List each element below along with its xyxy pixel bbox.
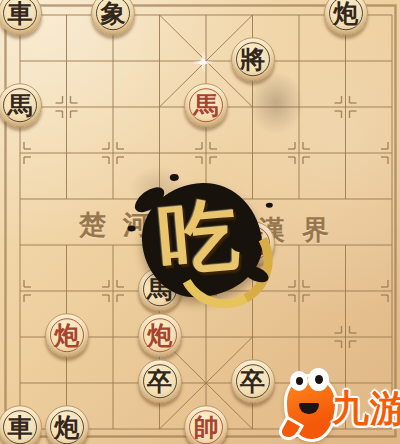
piece-black-cannon-c2r10[interactable]: 炮 xyxy=(45,405,89,444)
piece-glyph: 炮 xyxy=(333,1,358,26)
piece-glyph: 炮 xyxy=(147,323,172,348)
watermark-text: 九游 xyxy=(332,384,400,434)
piece-red-general-c5r10[interactable]: 帥 xyxy=(184,405,228,444)
capture-text: 吃 xyxy=(155,194,242,281)
piece-glyph: 卒 xyxy=(147,369,172,394)
xiangqi-board[interactable]: 楚河 漢界 車象炮將馬馬馬馬炮炮卒卒車炮帥 吃 九游 xyxy=(0,0,400,444)
piece-red-horse-c5r3[interactable]: 馬 xyxy=(184,83,228,127)
piece-glyph: 馬 xyxy=(194,93,219,118)
piece-glyph: 馬 xyxy=(8,93,33,118)
piece-glyph: 車 xyxy=(8,1,33,26)
piece-black-soldier-c4r9[interactable]: 卒 xyxy=(138,359,182,403)
mascot-mouth xyxy=(299,403,319,414)
piece-glyph: 卒 xyxy=(240,369,265,394)
piece-black-soldier-c6r9[interactable]: 卒 xyxy=(231,359,275,403)
piece-glyph: 車 xyxy=(8,415,33,440)
piece-glyph: 炮 xyxy=(54,323,79,348)
piece-glyph: 象 xyxy=(101,1,126,26)
piece-black-chariot-c1r10[interactable]: 車 xyxy=(0,405,42,444)
piece-glyph: 帥 xyxy=(194,415,219,440)
piece-black-general-c6r2[interactable]: 將 xyxy=(231,37,275,81)
mascot-eye xyxy=(290,371,308,391)
mascot-eye xyxy=(308,368,329,391)
piece-glyph: 炮 xyxy=(54,415,79,440)
piece-red-cannon-c4r8[interactable]: 炮 xyxy=(138,313,182,357)
piece-glyph: 將 xyxy=(240,47,265,72)
piece-black-horse-c1r3[interactable]: 馬 xyxy=(0,83,42,127)
watermark-mascot-icon xyxy=(284,374,338,442)
piece-red-cannon-c2r8[interactable]: 炮 xyxy=(45,313,89,357)
watermark: 九游 xyxy=(280,368,400,444)
